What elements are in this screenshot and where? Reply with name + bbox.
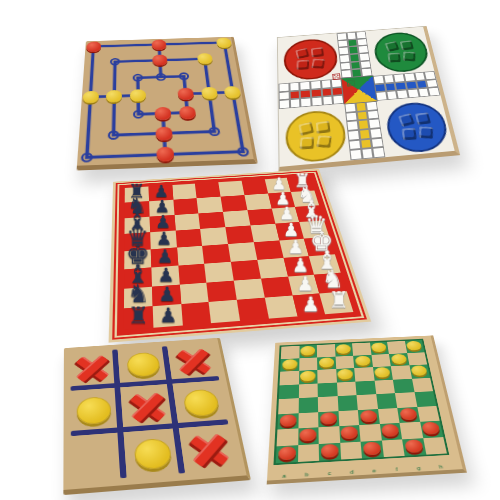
checkers-piece-yellow[interactable] bbox=[300, 371, 315, 382]
ttt-cell[interactable] bbox=[166, 340, 223, 383]
tic-tac-toe-board[interactable] bbox=[63, 338, 251, 495]
chess-square[interactable] bbox=[197, 196, 223, 213]
checkers-square[interactable] bbox=[358, 409, 380, 425]
ludo-home-circle-green[interactable] bbox=[372, 31, 432, 74]
checkers-square[interactable] bbox=[423, 437, 447, 455]
ludo-home-circle-blue[interactable] bbox=[384, 101, 453, 155]
ludo-pawn-red[interactable] bbox=[311, 47, 325, 57]
file-label: h bbox=[429, 463, 452, 470]
checkers-square[interactable] bbox=[299, 345, 317, 358]
chess-square[interactable] bbox=[225, 226, 253, 244]
checkers-square[interactable] bbox=[359, 424, 381, 441]
checkers-square[interactable] bbox=[374, 379, 395, 394]
ludo-pawn-blue[interactable] bbox=[415, 112, 431, 125]
ttt-piece-o[interactable] bbox=[77, 396, 112, 425]
ludo-track-cell[interactable] bbox=[368, 119, 381, 129]
checkers-square[interactable] bbox=[280, 371, 299, 385]
ludo-arm-yellow bbox=[344, 101, 385, 160]
checkers-square[interactable] bbox=[298, 397, 318, 413]
checkers-square[interactable] bbox=[376, 393, 397, 409]
checkers-piece-red[interactable] bbox=[360, 410, 377, 423]
ttt-cell[interactable] bbox=[172, 379, 233, 427]
checkers-square[interactable] bbox=[335, 355, 354, 369]
checkers-grid bbox=[273, 339, 449, 465]
checkers-piece-yellow[interactable] bbox=[338, 369, 354, 380]
checkers-piece-red[interactable] bbox=[404, 439, 423, 453]
file-label: f bbox=[385, 466, 408, 473]
checkers-square[interactable] bbox=[277, 413, 298, 430]
ludo-track-cell[interactable] bbox=[331, 79, 342, 88]
checkers-square[interactable] bbox=[411, 378, 433, 393]
chess-square[interactable] bbox=[241, 179, 267, 195]
checkers-square[interactable] bbox=[319, 442, 341, 460]
checkers-square[interactable] bbox=[337, 395, 358, 411]
chess-square[interactable] bbox=[204, 262, 233, 283]
checkers-piece-yellow[interactable] bbox=[371, 343, 386, 353]
checkers-square[interactable] bbox=[279, 384, 299, 399]
checkers-piece-yellow[interactable] bbox=[336, 344, 351, 354]
checkers-piece-yellow[interactable] bbox=[391, 354, 407, 364]
ludo-track-cell[interactable] bbox=[396, 90, 408, 99]
checkers-square[interactable] bbox=[318, 382, 338, 397]
chess-square[interactable] bbox=[223, 210, 250, 227]
ludo-track-cell[interactable] bbox=[322, 96, 334, 106]
checkers-square[interactable] bbox=[370, 342, 389, 355]
ttt-piece-o[interactable] bbox=[126, 352, 160, 378]
checkers-square[interactable] bbox=[357, 394, 378, 410]
ludo-pawn-green[interactable] bbox=[388, 53, 401, 63]
die-icon[interactable]: ⚄ bbox=[331, 73, 341, 82]
checkers-square[interactable] bbox=[391, 365, 412, 379]
chess-square[interactable] bbox=[195, 182, 220, 198]
checkers-piece-red[interactable] bbox=[381, 424, 399, 437]
checkers-square[interactable] bbox=[298, 383, 317, 398]
ludo-pawn-green[interactable] bbox=[403, 51, 416, 61]
ludo-track-cell[interactable] bbox=[290, 99, 301, 109]
ludo-pawn-red[interactable] bbox=[296, 60, 309, 70]
ludo-track-cell[interactable] bbox=[404, 73, 416, 82]
ttt-piece-o[interactable] bbox=[182, 389, 220, 418]
checkers-square[interactable] bbox=[278, 398, 298, 414]
ludo-track-cell[interactable] bbox=[359, 129, 372, 140]
chess-square[interactable] bbox=[175, 229, 202, 248]
checkers-piece-yellow[interactable] bbox=[319, 357, 334, 368]
checkers-piece-red[interactable] bbox=[320, 412, 337, 425]
checkers-square[interactable] bbox=[404, 340, 424, 353]
checkers-square[interactable] bbox=[378, 408, 400, 424]
ludo-track-cell[interactable] bbox=[300, 98, 311, 108]
ludo-track-cell[interactable] bbox=[370, 128, 383, 138]
ttt-cell[interactable] bbox=[67, 347, 120, 391]
checkers-square[interactable] bbox=[402, 438, 426, 456]
checkers-square[interactable] bbox=[361, 440, 384, 458]
file-label: d bbox=[341, 468, 364, 475]
ludo-pawn-blue[interactable] bbox=[419, 126, 433, 139]
checkers-piece-red[interactable] bbox=[363, 441, 381, 455]
checkers-square[interactable] bbox=[318, 426, 339, 443]
checkers-piece-red[interactable] bbox=[280, 414, 297, 427]
file-label: c bbox=[318, 470, 341, 477]
ludo-track-cell[interactable] bbox=[372, 147, 385, 158]
checkers-square[interactable] bbox=[318, 411, 339, 428]
checkers-scene: abcdefgh bbox=[272, 308, 450, 490]
chess-square[interactable] bbox=[207, 280, 237, 302]
chess-square[interactable] bbox=[237, 298, 269, 321]
chess-square[interactable] bbox=[199, 211, 226, 229]
file-label: a bbox=[273, 472, 296, 479]
ludo-arm-blue bbox=[373, 71, 441, 101]
chess-square[interactable] bbox=[228, 242, 257, 261]
ludo-home-circle-red[interactable] bbox=[283, 37, 339, 81]
chess-square[interactable] bbox=[247, 208, 275, 225]
ludo-pawn-group-green bbox=[385, 40, 417, 63]
ludo-track-cell[interactable] bbox=[311, 97, 322, 107]
ttt-piece-x[interactable] bbox=[74, 354, 111, 383]
ludo-track-cell[interactable] bbox=[428, 87, 441, 96]
ludo-track-cell[interactable] bbox=[367, 110, 379, 120]
ttt-piece-x[interactable] bbox=[187, 432, 232, 468]
checkers-square[interactable] bbox=[417, 406, 440, 422]
chess-square[interactable] bbox=[250, 224, 279, 242]
checkers-square[interactable] bbox=[389, 353, 409, 366]
chess-square[interactable] bbox=[202, 244, 230, 264]
ludo-pawn-blue[interactable] bbox=[402, 128, 417, 140]
checkers-square[interactable] bbox=[407, 352, 428, 365]
checkers-square[interactable] bbox=[339, 425, 361, 442]
checkers-piece-red[interactable] bbox=[300, 428, 317, 442]
chess-square[interactable] bbox=[174, 213, 200, 231]
chess-square[interactable] bbox=[209, 300, 240, 323]
ttt-grid bbox=[67, 340, 243, 487]
ludo-pawn-blue[interactable] bbox=[398, 113, 415, 127]
ludo-pawn-green[interactable] bbox=[384, 41, 399, 52]
chess-square[interactable] bbox=[234, 278, 265, 300]
ludo-track-cell[interactable] bbox=[361, 148, 374, 159]
checkers-square[interactable] bbox=[318, 396, 338, 412]
checkers-square[interactable] bbox=[299, 357, 318, 371]
chess-piece-black-pawn[interactable]: ♟ bbox=[158, 285, 176, 305]
checkers-square[interactable] bbox=[338, 410, 359, 426]
ludo-pawn-red[interactable] bbox=[311, 59, 325, 69]
ludo-track-cell[interactable] bbox=[395, 82, 407, 91]
checkers-square[interactable] bbox=[317, 344, 335, 357]
ttt-cell[interactable] bbox=[67, 432, 126, 487]
ludo-pawn-group-red bbox=[296, 47, 326, 71]
morris-piece-red-a7[interactable] bbox=[86, 41, 101, 52]
checkers-square[interactable] bbox=[400, 422, 423, 439]
checkers-square[interactable] bbox=[355, 380, 375, 395]
checkers-piece-yellow[interactable] bbox=[301, 346, 315, 356]
checkers-square[interactable] bbox=[352, 343, 371, 356]
checkers-square[interactable] bbox=[409, 364, 430, 378]
ludo-track-cell[interactable] bbox=[407, 89, 419, 98]
checkers-piece-yellow[interactable] bbox=[411, 365, 428, 376]
checkers-square[interactable] bbox=[334, 343, 353, 356]
ttt-cell[interactable] bbox=[117, 343, 172, 386]
die-icon[interactable]: ⚂ bbox=[346, 79, 356, 88]
ttt-piece-o[interactable] bbox=[134, 438, 173, 470]
checkers-board[interactable]: abcdefgh bbox=[267, 335, 467, 484]
checkers-square[interactable] bbox=[373, 366, 393, 380]
checkers-square[interactable] bbox=[281, 346, 299, 359]
checkers-square[interactable] bbox=[353, 355, 372, 368]
ttt-piece-x[interactable] bbox=[174, 347, 214, 376]
checkers-square[interactable] bbox=[297, 444, 319, 462]
chess-square[interactable] bbox=[173, 198, 199, 215]
ludo-pawn-red[interactable] bbox=[295, 48, 310, 59]
checkers-square[interactable] bbox=[414, 391, 436, 406]
chess-piece-white-pawn[interactable]: ♟ bbox=[297, 274, 314, 293]
chess-square[interactable] bbox=[231, 260, 261, 281]
checkers-square[interactable] bbox=[299, 370, 318, 384]
checkers-square[interactable] bbox=[420, 421, 444, 438]
ludo-pawn-green[interactable] bbox=[400, 40, 414, 50]
checkers-piece-yellow[interactable] bbox=[406, 341, 422, 351]
file-label: e bbox=[363, 467, 386, 474]
x-bar bbox=[193, 434, 226, 467]
checkers-square[interactable] bbox=[298, 412, 318, 429]
file-label: g bbox=[407, 465, 430, 472]
checkers-piece-red[interactable] bbox=[278, 446, 296, 460]
ludo-pawn-group-blue bbox=[399, 112, 436, 141]
checkers-square[interactable] bbox=[379, 423, 402, 440]
chess-square[interactable] bbox=[244, 193, 271, 209]
ludo-track-cell[interactable] bbox=[279, 100, 290, 110]
checkers-square[interactable] bbox=[336, 368, 356, 382]
chess-square[interactable] bbox=[218, 181, 244, 197]
checkers-square[interactable] bbox=[317, 356, 336, 370]
checkers-square[interactable] bbox=[387, 341, 407, 354]
morris-piece-red-d7[interactable] bbox=[151, 39, 166, 50]
checkers-piece-red[interactable] bbox=[321, 444, 338, 458]
ttt-piece-x[interactable] bbox=[128, 391, 169, 423]
chess-square[interactable] bbox=[254, 240, 284, 259]
checkers-square[interactable] bbox=[317, 369, 336, 383]
checkers-square[interactable] bbox=[298, 427, 319, 444]
chess-square[interactable] bbox=[200, 227, 228, 245]
ttt-cell[interactable] bbox=[123, 427, 185, 482]
checkers-square[interactable] bbox=[371, 354, 391, 367]
x-bar bbox=[190, 435, 229, 465]
checkers-piece-yellow[interactable] bbox=[355, 355, 370, 365]
checkers-square[interactable] bbox=[354, 367, 374, 381]
checkers-square[interactable] bbox=[393, 378, 414, 393]
ttt-cell[interactable] bbox=[67, 387, 123, 436]
checkers-square[interactable] bbox=[395, 392, 417, 407]
chess-square[interactable] bbox=[179, 282, 209, 304]
checkers-square[interactable] bbox=[336, 381, 356, 396]
chess-square[interactable] bbox=[176, 246, 204, 266]
checkers-square[interactable] bbox=[397, 407, 419, 423]
checkers-square[interactable] bbox=[340, 441, 362, 459]
checkers-square[interactable] bbox=[381, 439, 404, 457]
ttt-cell[interactable] bbox=[178, 423, 243, 477]
checkers-square[interactable] bbox=[277, 428, 298, 446]
checkers-piece-red[interactable] bbox=[341, 426, 358, 440]
checkers-square[interactable] bbox=[280, 358, 299, 372]
checkers-square[interactable] bbox=[276, 445, 298, 464]
checkers-piece-yellow[interactable] bbox=[282, 359, 297, 370]
file-label: b bbox=[296, 471, 319, 478]
ludo-arm-green bbox=[337, 31, 373, 78]
tic-tac-toe-scene bbox=[64, 322, 232, 490]
ludo-track-cell[interactable] bbox=[346, 121, 358, 131]
chess-square[interactable] bbox=[172, 184, 197, 200]
checkers-piece-red[interactable] bbox=[399, 408, 417, 421]
checkers-piece-red[interactable] bbox=[422, 422, 441, 435]
checkers-file-labels: abcdefgh bbox=[273, 463, 453, 479]
board-games-collage: ⚄⚂ ♜♟♟♜♞♟♟♞♝♟♟♝♛♟♟♛♚♟♟♚♝♟♟♝♞♟♟♞♜♟♟♜ abcd… bbox=[0, 0, 500, 500]
chess-square[interactable] bbox=[221, 195, 248, 212]
ludo-arm-red bbox=[278, 79, 344, 110]
checkers-piece-yellow[interactable] bbox=[374, 367, 390, 378]
ludo-track-cell[interactable] bbox=[375, 92, 387, 101]
chess-square[interactable] bbox=[178, 264, 207, 285]
